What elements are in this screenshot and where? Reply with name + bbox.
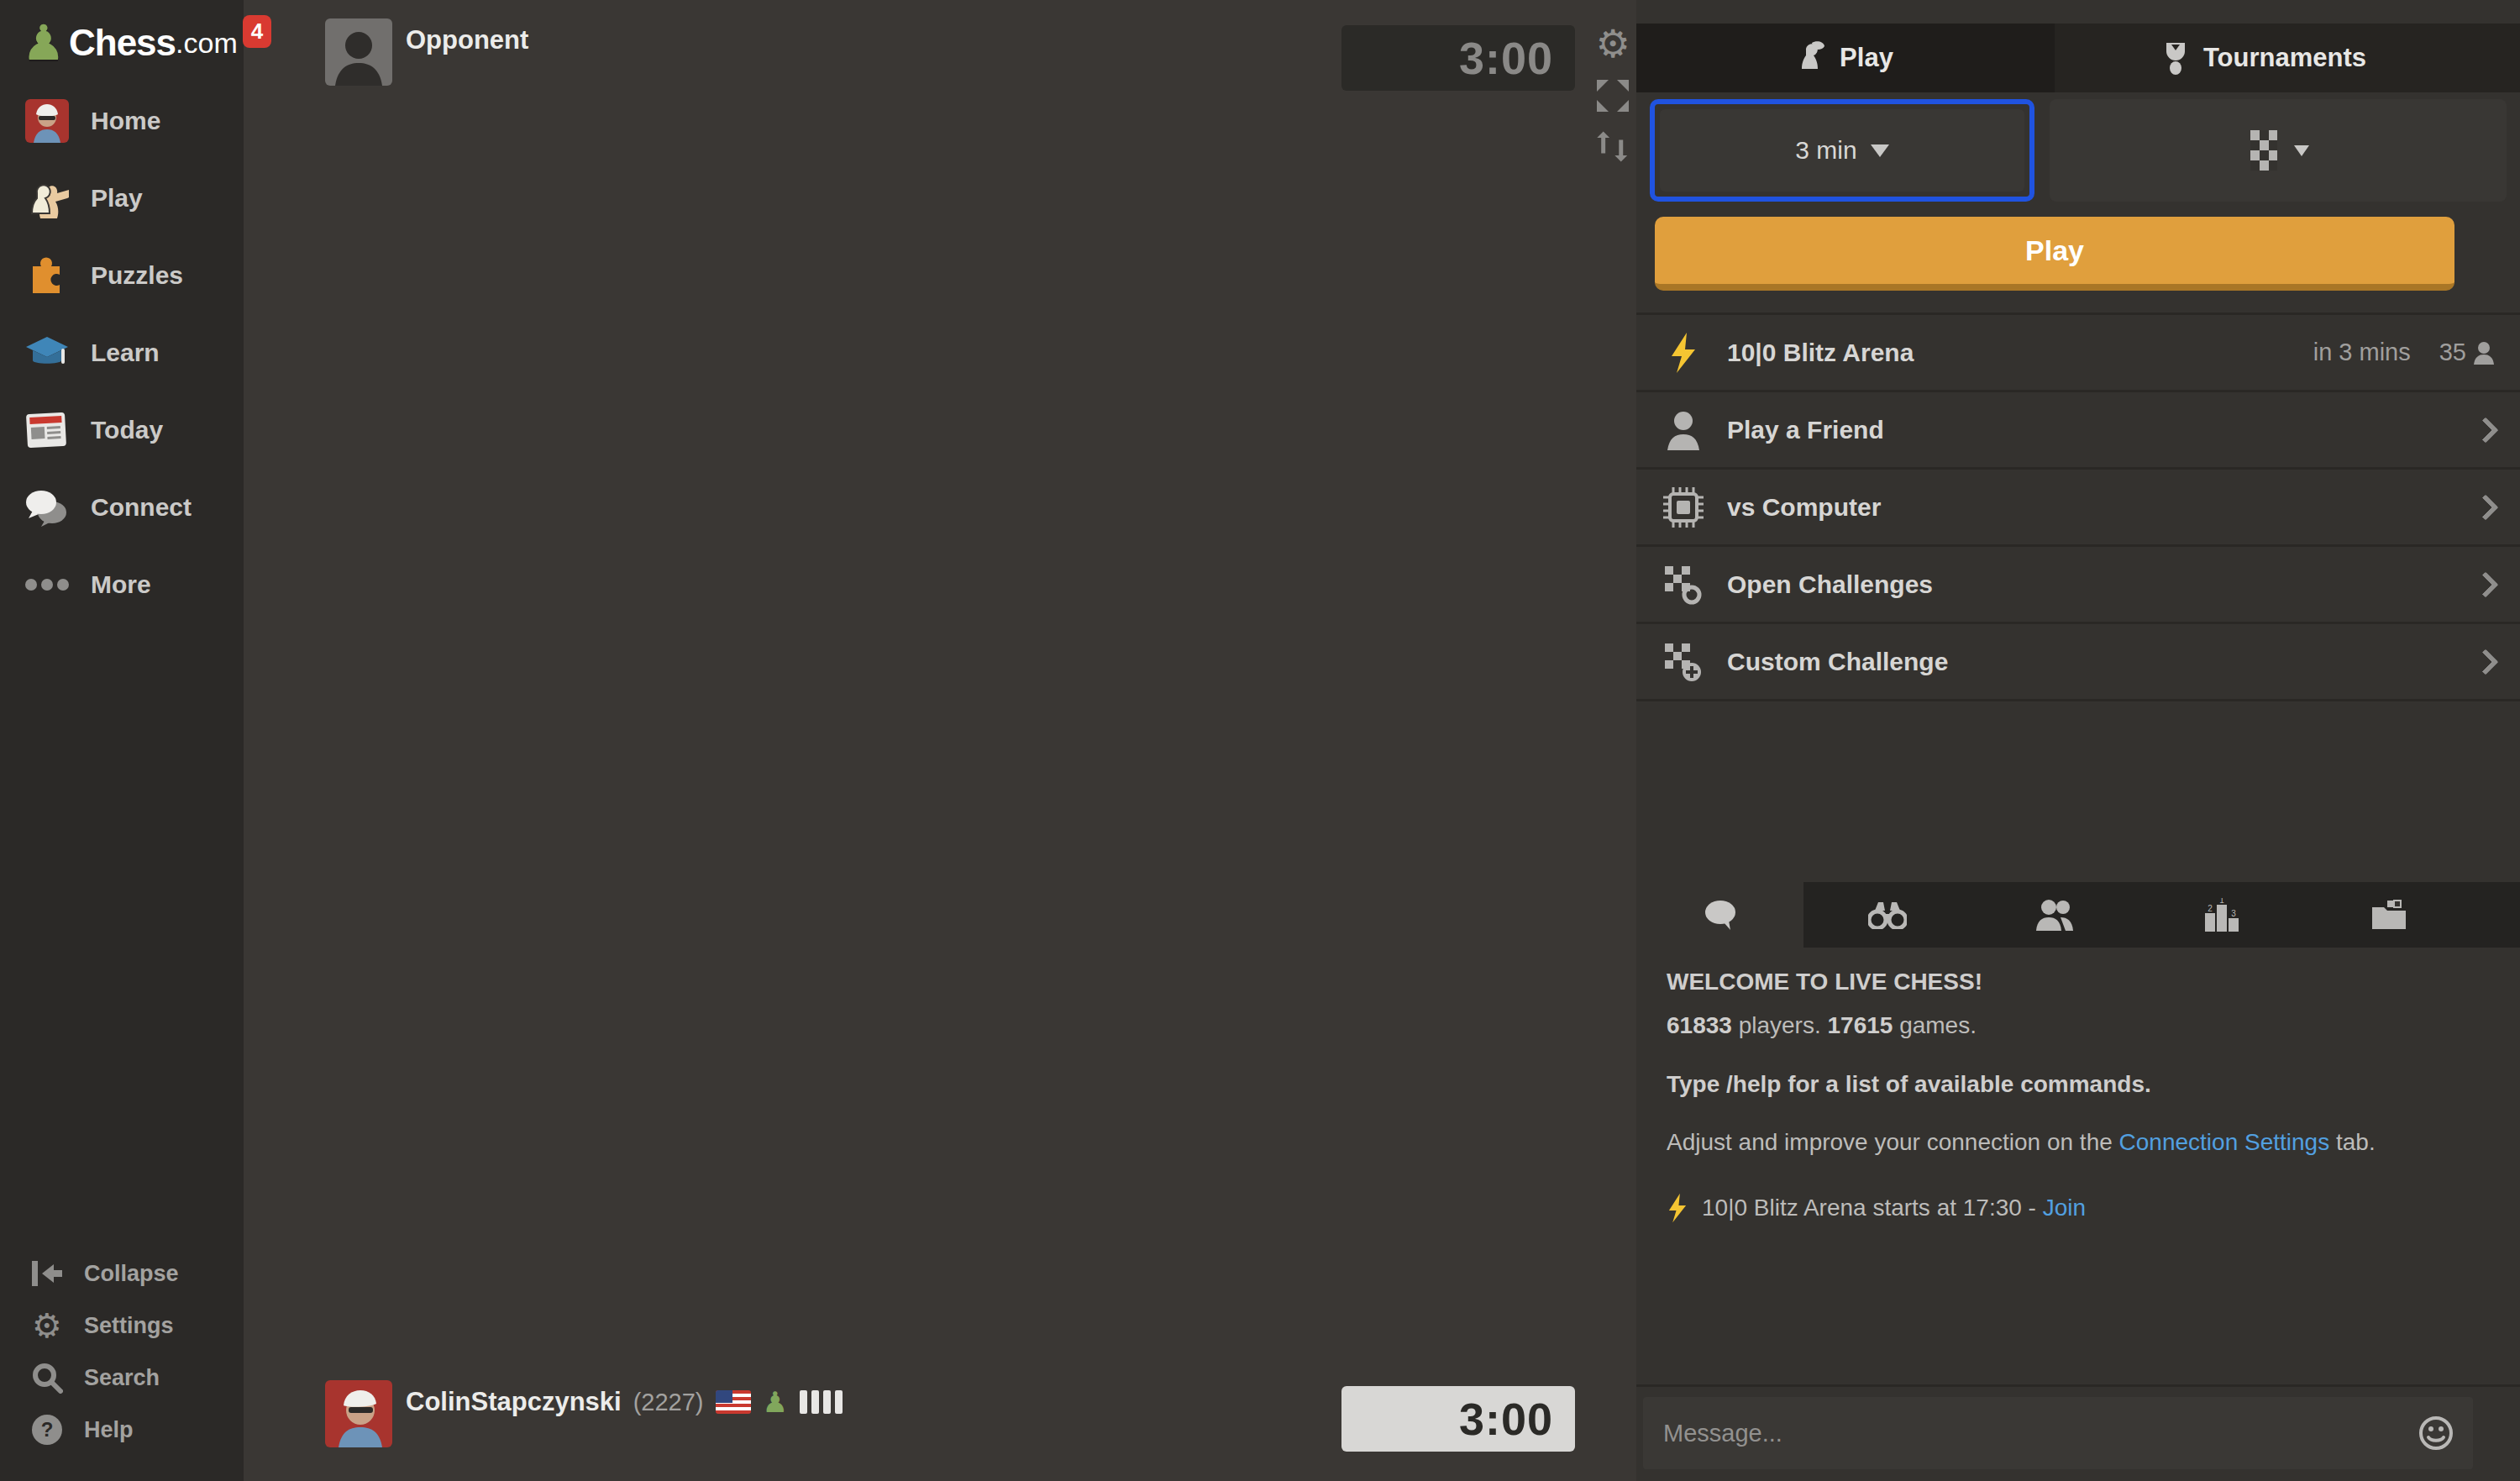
player-bar: ColinStapczynski (2227) ♟ 3:00 — [325, 1380, 1586, 1464]
green-pawn-icon: ♟ — [763, 1388, 788, 1416]
sidebar-item-label: Connect — [91, 493, 192, 522]
connection-bars-icon — [800, 1390, 843, 1414]
sidebar-item-label: Puzzles — [91, 261, 183, 290]
chat-stats: 61833 players. 17615 games. — [1667, 1010, 2473, 1042]
collapse-button[interactable]: Collapse — [0, 1247, 244, 1300]
notification-badge: 4 — [243, 15, 271, 48]
custom-challenge-row[interactable]: Custom Challenge — [1636, 622, 2520, 701]
binoculars-icon — [1868, 901, 1907, 929]
sidebar-item-today[interactable]: Today — [0, 391, 244, 469]
chesscom-logo[interactable]: ♟ Chess .com 4 — [0, 0, 244, 67]
board-settings-gear-icon[interactable]: ⚙ — [1594, 25, 1631, 62]
chat-tab-chat[interactable] — [1636, 882, 1803, 948]
quick-item-title: Play a Friend — [1727, 416, 1884, 444]
player-rating: (2227) — [633, 1389, 704, 1416]
player-avatar[interactable] — [325, 1380, 392, 1447]
arena-join-link[interactable]: Join — [2043, 1195, 2086, 1221]
play-pawn-icon — [1798, 41, 1826, 75]
custom-challenge-icon — [1662, 640, 1705, 684]
chat-log: WELCOME TO LIVE CHESS! 61833 players. 17… — [1667, 966, 2473, 1224]
quick-item-title: Custom Challenge — [1727, 648, 1948, 676]
game-setup-controls: 3 min — [1650, 99, 2507, 202]
sidebar-utility: Collapse ⚙ Settings Search ? Help — [0, 1247, 244, 1456]
chat-tabs: 123 — [1636, 882, 2520, 948]
quick-item-title: Open Challenges — [1727, 570, 1933, 599]
chat-tab-friends[interactable] — [1971, 882, 2138, 948]
graduation-cap-icon — [24, 329, 71, 376]
more-dots-icon — [24, 561, 71, 608]
svg-text:?: ? — [41, 1418, 54, 1441]
open-challenges-icon — [1662, 563, 1705, 607]
hand-pawn-icon — [24, 175, 71, 222]
friends-icon — [2035, 899, 2074, 931]
help-button[interactable]: ? Help — [0, 1404, 244, 1456]
message-input[interactable] — [1662, 1419, 2418, 1448]
puzzle-piece-icon — [24, 252, 71, 299]
lightning-icon — [1662, 331, 1705, 375]
open-challenges-row[interactable]: Open Challenges — [1636, 544, 2520, 622]
chat-arena-line: 10|0 Blitz Arena starts at 17:30 - Join — [1667, 1192, 2473, 1224]
leaderboard-podium-icon: 123 — [2203, 898, 2240, 932]
sidebar-item-label: Today — [91, 416, 163, 444]
sidebar-item-home[interactable]: Home — [0, 82, 244, 160]
search-icon — [29, 1359, 66, 1396]
opponent-name[interactable]: Opponent — [406, 25, 528, 55]
chess-board[interactable] — [325, 109, 1582, 1366]
sidebar-item-play[interactable]: Play — [0, 160, 244, 237]
fullscreen-icon[interactable] — [1594, 77, 1631, 114]
connection-settings-link[interactable]: Connection Settings — [2119, 1129, 2330, 1155]
sidebar-item-more[interactable]: More — [0, 546, 244, 623]
sidebar-item-puzzles[interactable]: Puzzles — [0, 237, 244, 314]
utility-label: Search — [84, 1365, 160, 1391]
arena-player-count: 35 — [2439, 339, 2466, 366]
chat-tab-archive[interactable] — [2305, 882, 2472, 948]
player-name[interactable]: ColinStapczynski — [406, 1387, 622, 1417]
time-control-selected-outline: 3 min — [1650, 99, 2034, 202]
newspaper-icon — [24, 407, 71, 454]
blitz-arena-row[interactable]: 10|0 Blitz Arena in 3 mins 35 — [1636, 312, 2520, 390]
chat-connection-line: Adjust and improve your connection on th… — [1667, 1127, 2473, 1158]
play-panel: Play Tournaments 3 min — [1636, 0, 2520, 1481]
message-box — [1643, 1397, 2473, 1469]
collapse-icon — [29, 1255, 66, 1292]
cpu-chip-icon — [1662, 486, 1705, 529]
flip-board-icon[interactable] — [1594, 129, 1631, 166]
chevron-right-icon — [2472, 649, 2498, 675]
utility-label: Help — [84, 1417, 134, 1443]
chat-welcome: WELCOME TO LIVE CHESS! — [1667, 966, 2473, 998]
chat-help-line: Type /help for a list of available comma… — [1667, 1069, 2473, 1100]
games-folder-icon — [2370, 899, 2407, 931]
tab-label: Play — [1840, 43, 1893, 73]
tab-label: Tournaments — [2203, 43, 2366, 73]
piece-color-select[interactable] — [2050, 99, 2507, 202]
chevron-right-icon — [2472, 494, 2498, 520]
utility-label: Settings — [84, 1313, 174, 1339]
chat-input-row — [1636, 1384, 2520, 1481]
arena-start-time: in 3 mins — [2313, 339, 2411, 366]
trophy-icon — [2161, 41, 2190, 75]
checkerboard-icon — [2247, 129, 2281, 172]
sidebar-nav: Home Play Puzzles Learn — [0, 82, 244, 623]
svg-text:2: 2 — [2208, 904, 2213, 913]
panel-tabs: Play Tournaments — [1636, 24, 2520, 92]
opponent-clock: 3:00 — [1341, 25, 1575, 91]
quick-play-list: 10|0 Blitz Arena in 3 mins 35 Play a Fri… — [1636, 312, 2520, 701]
chat-bubbles-icon — [24, 484, 71, 531]
chevron-down-icon — [2294, 145, 2309, 156]
sidebar-item-learn[interactable]: Learn — [0, 314, 244, 391]
quick-item-title: vs Computer — [1727, 493, 1881, 522]
speech-bubble-icon — [1704, 899, 1737, 931]
tab-play[interactable]: Play — [1636, 24, 2055, 92]
svg-text:3: 3 — [2231, 909, 2236, 918]
sidebar-item-connect[interactable]: Connect — [0, 469, 244, 546]
time-control-value: 3 min — [1795, 136, 1856, 165]
player-clock: 3:00 — [1341, 1386, 1575, 1452]
quick-item-title: 10|0 Blitz Arena — [1727, 339, 1914, 367]
emoji-smiley-icon[interactable] — [2418, 1415, 2454, 1452]
utility-label: Collapse — [84, 1261, 179, 1287]
chat-tab-observe[interactable] — [1803, 882, 1971, 948]
logo-brand: Chess — [69, 22, 176, 64]
us-flag-icon — [716, 1390, 751, 1414]
live-chess-page: ♟ Chess .com 4 Home Play P — [0, 0, 2520, 1481]
chevron-right-icon — [2472, 417, 2498, 443]
person-icon — [2473, 341, 2495, 365]
sidebar-item-label: Play — [91, 184, 143, 213]
chevron-down-icon — [1871, 144, 1889, 157]
sidebar: ♟ Chess .com 4 Home Play P — [0, 0, 244, 1481]
chevron-right-icon — [2472, 571, 2498, 597]
chat-tab-leaderboard[interactable]: 123 — [2138, 882, 2305, 948]
tab-tournaments[interactable]: Tournaments — [2055, 24, 2473, 92]
lightning-icon — [1667, 1192, 1688, 1224]
play-friend-row[interactable]: Play a Friend — [1636, 390, 2520, 467]
logo-pawn-icon: ♟ — [22, 18, 66, 67]
board-tools: ⚙ — [1594, 25, 1631, 166]
user-avatar-icon — [24, 97, 71, 144]
help-icon: ? — [29, 1411, 66, 1448]
sidebar-item-label: More — [91, 570, 151, 599]
friend-icon — [1662, 408, 1705, 452]
settings-button[interactable]: ⚙ Settings — [0, 1300, 244, 1352]
sidebar-item-label: Learn — [91, 339, 160, 367]
opponent-avatar[interactable] — [325, 18, 392, 86]
search-button[interactable]: Search — [0, 1352, 244, 1404]
gear-icon: ⚙ — [29, 1307, 66, 1344]
play-button[interactable]: Play — [1655, 217, 2454, 291]
vs-computer-row[interactable]: vs Computer — [1636, 467, 2520, 544]
svg-text:1: 1 — [2219, 898, 2224, 905]
sidebar-item-label: Home — [91, 107, 160, 135]
logo-suffix: .com — [176, 27, 238, 60]
time-control-select[interactable]: 3 min — [1660, 109, 2024, 192]
opponent-bar: Opponent 3:00 — [325, 18, 1586, 94]
